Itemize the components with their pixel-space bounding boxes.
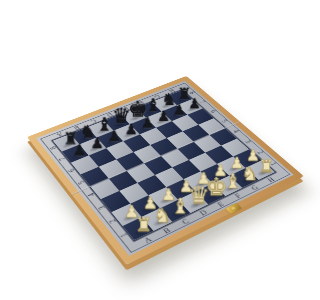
- squares-grid: ♜♞♝♛♚♝♞♜♟♟♟♟♟♟♟♟♟♟♟♟♟♟♟♟♜♞♝♛♚♝♞♜: [53, 90, 275, 240]
- square-f4[interactable]: [178, 142, 206, 160]
- black-pawn[interactable]: ♟: [105, 129, 125, 144]
- chess-board: ABCDEFGH ABCDEFGH 87654321 87654321 ♜♞♝♛…: [27, 76, 300, 265]
- black-pawn[interactable]: ♟: [87, 136, 107, 151]
- wood-frame: ABCDEFGH ABCDEFGH 87654321 87654321 ♜♞♝♛…: [27, 76, 300, 265]
- board-border: ABCDEFGH ABCDEFGH 87654321 87654321 ♜♞♝♛…: [36, 81, 294, 256]
- white-rook[interactable]: ♜: [132, 215, 155, 234]
- black-pawn[interactable]: ♟: [70, 143, 90, 158]
- black-pawn[interactable]: ♟: [122, 123, 141, 138]
- rank-label-left-8: 8: [41, 142, 64, 155]
- product-photo: ABCDEFGH ABCDEFGH 87654321 87654321 ♜♞♝♛…: [0, 0, 300, 300]
